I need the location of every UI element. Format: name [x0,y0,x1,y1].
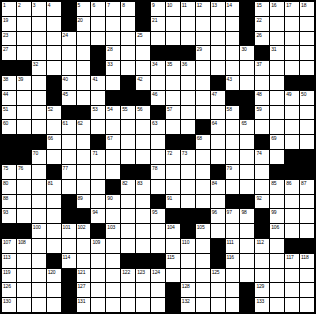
cell-r19c11[interactable]: 124 [151,269,165,283]
cell-r7c6[interactable] [77,91,91,105]
cell-r9c10[interactable] [136,120,150,134]
cell-r6c19[interactable] [270,76,284,90]
cell-r10c20[interactable] [285,135,299,149]
cell-r13c13[interactable] [181,180,195,194]
cell-r14c4[interactable] [47,195,61,209]
cell-r2c14[interactable] [196,17,210,31]
cell-r3c8[interactable] [106,32,120,46]
cell-r3c20[interactable] [285,32,299,46]
cell-r18c5[interactable]: 114 [62,254,76,268]
cell-r12c8[interactable] [106,165,120,179]
cell-r5c13[interactable]: 36 [181,61,195,75]
cell-r21c2[interactable] [17,298,31,312]
cell-r3c1[interactable]: 23 [2,32,16,46]
cell-r15c21[interactable] [300,209,314,223]
cell-r1c2[interactable]: 2 [17,2,31,16]
cell-r8c14[interactable] [196,106,210,120]
cell-r5c6[interactable] [77,61,91,75]
cell-r17c3[interactable] [32,239,46,253]
cell-r10c17[interactable] [240,135,254,149]
cell-r13c16[interactable] [226,180,240,194]
cell-r9c20[interactable] [285,120,299,134]
cell-r4c4[interactable] [47,46,61,60]
cell-r18c19[interactable] [270,254,284,268]
cell-r17c16[interactable]: 111 [226,239,240,253]
cell-r11c16[interactable] [226,150,240,164]
cell-r6c6[interactable] [77,76,91,90]
cell-r17c9[interactable] [121,239,135,253]
cell-r3c10[interactable]: 25 [136,32,150,46]
cell-r12c13[interactable] [181,165,195,179]
cell-r16c5[interactable]: 101 [62,224,76,238]
cell-r2c16[interactable] [226,17,240,31]
cell-r9c5[interactable]: 61 [62,120,76,134]
cell-r1c6[interactable]: 5 [77,2,91,16]
cell-r2c18[interactable]: 22 [255,17,269,31]
cell-r20c8[interactable] [106,283,120,297]
cell-r5c15[interactable] [211,61,225,75]
cell-r21c16[interactable] [226,298,240,312]
cell-r11c4[interactable] [47,150,61,164]
cell-r21c9[interactable] [121,298,135,312]
cell-r7c5[interactable]: 45 [62,91,76,105]
cell-r1c19[interactable]: 16 [270,2,284,16]
cell-r13c4[interactable]: 81 [47,180,61,194]
cell-r15c8[interactable] [106,209,120,223]
cell-r16c20[interactable] [285,224,299,238]
cell-r15c15[interactable]: 96 [211,209,225,223]
cell-r5c3[interactable]: 32 [32,61,46,75]
cell-r3c5[interactable]: 24 [62,32,76,46]
cell-r11c7[interactable]: 71 [91,150,105,164]
cell-r16c11[interactable] [151,224,165,238]
cell-r8c10[interactable]: 56 [136,106,150,120]
cell-r19c2[interactable] [17,269,31,283]
cell-r2c8[interactable] [106,17,120,31]
cell-r17c4[interactable] [47,239,61,253]
cell-r1c7[interactable]: 6 [91,2,105,16]
cell-r21c20[interactable] [285,298,299,312]
cell-r17c17[interactable] [240,239,254,253]
cell-r13c3[interactable] [32,180,46,194]
cell-r10c11[interactable] [151,135,165,149]
cell-r8c9[interactable]: 55 [121,106,135,120]
cell-r5c9[interactable] [121,61,135,75]
cell-r1c1[interactable]: 1 [2,2,16,16]
cell-r16c6[interactable]: 102 [77,224,91,238]
cell-r21c8[interactable] [106,298,120,312]
cell-r8c7[interactable]: 53 [91,106,105,120]
cell-r12c11[interactable]: 78 [151,165,165,179]
cell-r2c3[interactable] [32,17,46,31]
cell-r3c12[interactable] [166,32,180,46]
cell-r13c1[interactable]: 80 [2,180,16,194]
cell-r4c8[interactable]: 28 [106,46,120,60]
cell-r8c1[interactable]: 51 [2,106,16,120]
cell-r19c17[interactable] [240,269,254,283]
cell-r2c15[interactable] [211,17,225,31]
cell-r4c3[interactable] [32,46,46,60]
cell-r17c19[interactable] [270,239,284,253]
cell-r9c4[interactable] [47,120,61,134]
cell-r1c20[interactable]: 17 [285,2,299,16]
cell-r19c7[interactable] [91,269,105,283]
cell-r9c21[interactable] [300,120,314,134]
cell-r5c14[interactable] [196,61,210,75]
cell-r18c18[interactable] [255,254,269,268]
cell-r9c1[interactable]: 60 [2,120,16,134]
cell-r19c14[interactable] [196,269,210,283]
cell-r14c15[interactable] [211,195,225,209]
cell-r14c8[interactable]: 90 [106,195,120,209]
cell-r14c20[interactable] [285,195,299,209]
cell-r21c4[interactable] [47,298,61,312]
cell-r19c19[interactable] [270,269,284,283]
cell-r19c1[interactable]: 119 [2,269,16,283]
cell-r8c12[interactable]: 57 [166,106,180,120]
cell-r21c1[interactable]: 130 [2,298,16,312]
cell-r6c18[interactable] [255,76,269,90]
cell-r6c14[interactable] [196,76,210,90]
cell-r19c20[interactable] [285,269,299,283]
cell-r13c19[interactable]: 85 [270,180,284,194]
cell-r6c2[interactable]: 39 [17,76,31,90]
cell-r19c12[interactable] [166,269,180,283]
cell-r20c9[interactable] [121,283,135,297]
cell-r7c13[interactable] [181,91,195,105]
cell-r12c2[interactable]: 76 [17,165,31,179]
cell-r15c1[interactable]: 93 [2,209,16,223]
cell-r2c21[interactable] [300,17,314,31]
cell-r17c11[interactable] [151,239,165,253]
cell-r18c8[interactable] [106,254,120,268]
cell-r15c9[interactable] [121,209,135,223]
cell-r13c15[interactable]: 84 [211,180,225,194]
cell-r20c19[interactable] [270,283,284,297]
cell-r6c16[interactable]: 43 [226,76,240,90]
cell-r16c21[interactable] [300,224,314,238]
cell-r20c18[interactable]: 129 [255,283,269,297]
cell-r18c12[interactable]: 115 [166,254,180,268]
cell-r11c12[interactable]: 72 [166,150,180,164]
cell-r7c3[interactable] [32,91,46,105]
cell-r19c18[interactable] [255,269,269,283]
cell-r1c15[interactable]: 13 [211,2,225,16]
cell-r4c5[interactable] [62,46,76,60]
cell-r9c17[interactable]: 65 [240,120,254,134]
cell-r11c13[interactable]: 73 [181,150,195,164]
cell-r19c8[interactable] [106,269,120,283]
cell-r16c12[interactable]: 104 [166,224,180,238]
cell-r17c18[interactable]: 112 [255,239,269,253]
cell-r1c9[interactable]: 8 [121,2,135,16]
cell-r9c12[interactable] [166,120,180,134]
cell-r3c11[interactable] [151,32,165,46]
cell-r21c19[interactable] [270,298,284,312]
cell-r7c12[interactable] [166,91,180,105]
cell-r7c2[interactable] [17,91,31,105]
cell-r2c4[interactable] [47,17,61,31]
cell-r14c21[interactable] [300,195,314,209]
cell-r21c13[interactable]: 132 [181,298,195,312]
cell-r7c1[interactable]: 44 [2,91,16,105]
cell-r20c10[interactable] [136,283,150,297]
cell-r9c8[interactable] [106,120,120,134]
cell-r10c14[interactable]: 68 [196,135,210,149]
cell-r13c12[interactable] [166,180,180,194]
cell-r1c11[interactable]: 9 [151,2,165,16]
cell-r5c11[interactable]: 34 [151,61,165,75]
cell-r14c3[interactable] [32,195,46,209]
cell-r6c11[interactable] [151,76,165,90]
cell-r11c3[interactable]: 70 [32,150,46,164]
cell-r11c5[interactable] [62,150,76,164]
cell-r3c15[interactable] [211,32,225,46]
cell-r13c17[interactable] [240,180,254,194]
cell-r3c7[interactable] [91,32,105,46]
cell-r5c21[interactable] [300,61,314,75]
cell-r10c10[interactable] [136,135,150,149]
cell-r6c5[interactable]: 40 [62,76,76,90]
cell-r14c1[interactable]: 88 [2,195,16,209]
cell-r19c6[interactable]: 121 [77,269,91,283]
cell-r17c10[interactable] [136,239,150,253]
cell-r20c15[interactable] [211,283,225,297]
cell-r6c7[interactable]: 41 [91,76,105,90]
cell-r14c14[interactable] [196,195,210,209]
cell-r13c6[interactable] [77,180,91,194]
cell-r15c2[interactable] [17,209,31,223]
cell-r10c4[interactable]: 66 [47,135,61,149]
cell-r20c2[interactable] [17,283,31,297]
cell-r4c20[interactable] [285,46,299,60]
cell-r6c13[interactable] [181,76,195,90]
cell-r21c3[interactable] [32,298,46,312]
cell-r15c11[interactable]: 95 [151,209,165,223]
cell-r15c20[interactable] [285,209,299,223]
cell-r13c21[interactable]: 87 [300,180,314,194]
cell-r3c19[interactable] [270,32,284,46]
cell-r16c14[interactable]: 105 [196,224,210,238]
cell-r18c7[interactable] [91,254,105,268]
cell-r5c12[interactable]: 35 [166,61,180,75]
cell-r9c18[interactable] [255,120,269,134]
cell-r2c2[interactable] [17,17,31,31]
cell-r4c1[interactable]: 27 [2,46,16,60]
cell-r16c3[interactable]: 100 [32,224,46,238]
cell-r13c20[interactable]: 86 [285,180,299,194]
cell-r8c15[interactable] [211,106,225,120]
cell-r15c3[interactable] [32,209,46,223]
cell-r1c4[interactable]: 4 [47,2,61,16]
cell-r17c6[interactable] [77,239,91,253]
cell-r7c7[interactable] [91,91,105,105]
cell-r16c10[interactable] [136,224,150,238]
cell-r3c6[interactable] [77,32,91,46]
cell-r20c13[interactable]: 128 [181,283,195,297]
cell-r8c21[interactable] [300,106,314,120]
cell-r20c3[interactable] [32,283,46,297]
cell-r17c13[interactable]: 110 [181,239,195,253]
cell-r9c15[interactable]: 64 [211,120,225,134]
cell-r16c17[interactable] [240,224,254,238]
cell-r20c14[interactable] [196,283,210,297]
cell-r1c18[interactable]: 15 [255,2,269,16]
cell-r12c17[interactable] [240,165,254,179]
cell-r2c9[interactable] [121,17,135,31]
cell-r3c21[interactable] [300,32,314,46]
cell-r8c16[interactable]: 58 [226,106,240,120]
cell-r19c10[interactable]: 123 [136,269,150,283]
cell-r6c3[interactable] [32,76,46,90]
cell-r13c7[interactable] [91,180,105,194]
cell-r3c4[interactable] [47,32,61,46]
cell-r9c7[interactable] [91,120,105,134]
cell-r12c6[interactable] [77,165,91,179]
cell-r11c14[interactable] [196,150,210,164]
cell-r21c21[interactable] [300,298,314,312]
cell-r11c18[interactable]: 74 [255,150,269,164]
cell-r4c16[interactable] [226,46,240,60]
cell-r20c20[interactable] [285,283,299,297]
cell-r7c19[interactable] [270,91,284,105]
cell-r10c6[interactable] [77,135,91,149]
cell-r21c6[interactable]: 131 [77,298,91,312]
cell-r2c20[interactable] [285,17,299,31]
cell-r4c10[interactable] [136,46,150,60]
cell-r10c19[interactable]: 69 [270,135,284,149]
cell-r9c2[interactable] [17,120,31,134]
cell-r13c2[interactable] [17,180,31,194]
cell-r8c20[interactable] [285,106,299,120]
cell-r18c2[interactable] [17,254,31,268]
cell-r21c15[interactable] [211,298,225,312]
cell-r20c4[interactable] [47,283,61,297]
cell-r11c19[interactable] [270,150,284,164]
cell-r8c18[interactable]: 59 [255,106,269,120]
cell-r2c12[interactable] [166,17,180,31]
cell-r11c15[interactable] [211,150,225,164]
cell-r6c17[interactable] [240,76,254,90]
cell-r15c17[interactable]: 98 [240,209,254,223]
cell-r19c16[interactable] [226,269,240,283]
cell-r13c11[interactable] [151,180,165,194]
cell-r14c6[interactable]: 89 [77,195,91,209]
cell-r21c7[interactable] [91,298,105,312]
cell-r12c12[interactable] [166,165,180,179]
cell-r4c6[interactable] [77,46,91,60]
cell-r14c2[interactable] [17,195,31,209]
cell-r17c5[interactable] [62,239,76,253]
cell-r3c13[interactable] [181,32,195,46]
cell-r12c3[interactable] [32,165,46,179]
cell-r15c16[interactable]: 97 [226,209,240,223]
cell-r5c10[interactable] [136,61,150,75]
cell-r21c14[interactable] [196,298,210,312]
cell-r17c2[interactable]: 108 [17,239,31,253]
cell-r15c4[interactable] [47,209,61,223]
cell-r2c11[interactable]: 21 [151,17,165,31]
cell-r2c7[interactable] [91,17,105,31]
cell-r14c19[interactable] [270,195,284,209]
cell-r8c8[interactable]: 54 [106,106,120,120]
cell-r10c15[interactable] [211,135,225,149]
cell-r11c11[interactable] [151,150,165,164]
cell-r12c18[interactable] [255,165,269,179]
cell-r8c19[interactable] [270,106,284,120]
cell-r11c8[interactable] [106,150,120,164]
cell-r13c18[interactable] [255,180,269,194]
cell-r17c8[interactable] [106,239,120,253]
cell-r15c7[interactable]: 94 [91,209,105,223]
cell-r18c20[interactable]: 117 [285,254,299,268]
cell-r4c9[interactable] [121,46,135,60]
cell-r5c18[interactable]: 37 [255,61,269,75]
cell-r5c20[interactable] [285,61,299,75]
cell-r11c9[interactable] [121,150,135,164]
cell-r20c6[interactable]: 127 [77,283,91,297]
cell-r12c5[interactable]: 77 [62,165,76,179]
cell-r20c7[interactable] [91,283,105,297]
cell-r15c10[interactable] [136,209,150,223]
cell-r10c21[interactable] [300,135,314,149]
cell-r2c13[interactable] [181,17,195,31]
cell-r6c10[interactable]: 42 [136,76,150,90]
cell-r16c9[interactable] [121,224,135,238]
cell-r14c9[interactable] [121,195,135,209]
cell-r14c10[interactable] [136,195,150,209]
cell-r1c13[interactable]: 11 [181,2,195,16]
cell-r10c16[interactable] [226,135,240,149]
cell-r17c1[interactable]: 107 [2,239,16,253]
cell-r12c16[interactable]: 79 [226,165,240,179]
cell-r21c11[interactable] [151,298,165,312]
cell-r11c6[interactable] [77,150,91,164]
cell-r2c6[interactable]: 20 [77,17,91,31]
cell-r7c20[interactable]: 49 [285,91,299,105]
cell-r3c9[interactable] [121,32,135,46]
cell-r8c3[interactable] [32,106,46,120]
cell-r18c3[interactable] [32,254,46,268]
cell-r18c16[interactable]: 116 [226,254,240,268]
cell-r15c19[interactable]: 99 [270,209,284,223]
cell-r16c4[interactable] [47,224,61,238]
cell-r6c1[interactable]: 38 [2,76,16,90]
cell-r18c6[interactable] [77,254,91,268]
cell-r13c9[interactable]: 82 [121,180,135,194]
cell-r6c8[interactable] [106,76,120,90]
cell-r16c19[interactable]: 106 [270,224,284,238]
cell-r8c2[interactable] [17,106,31,120]
cell-r18c17[interactable] [240,254,254,268]
cell-r1c3[interactable]: 3 [32,2,46,16]
cell-r5c5[interactable] [62,61,76,75]
cell-r4c2[interactable] [17,46,31,60]
cell-r3c18[interactable]: 26 [255,32,269,46]
cell-r19c3[interactable] [32,269,46,283]
cell-r4c21[interactable] [300,46,314,60]
cell-r8c4[interactable]: 52 [47,106,61,120]
cell-r19c4[interactable]: 120 [47,269,61,283]
cell-r19c21[interactable] [300,269,314,283]
cell-r11c17[interactable] [240,150,254,164]
cell-r5c4[interactable] [47,61,61,75]
cell-r1c21[interactable]: 18 [300,2,314,16]
cell-r12c1[interactable]: 75 [2,165,16,179]
cell-r3c16[interactable] [226,32,240,46]
cell-r5c16[interactable] [226,61,240,75]
cell-r18c13[interactable] [181,254,195,268]
